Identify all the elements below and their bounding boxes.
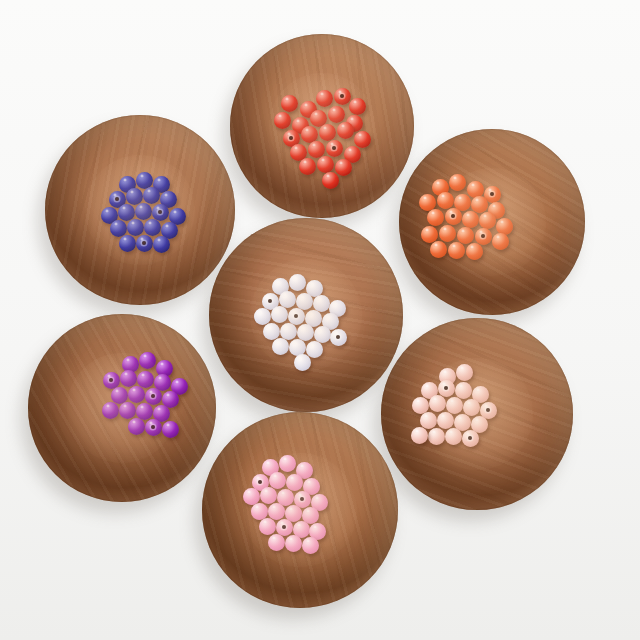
bead-specular-highlight: [350, 117, 354, 121]
bead-specular-highlight: [460, 366, 464, 370]
bead-specular-highlight: [484, 404, 488, 408]
bead-orange: [466, 243, 483, 260]
bead-pale-peach-pink: [421, 382, 438, 399]
bead-specular-highlight: [471, 183, 475, 187]
bead-specular-highlight: [318, 328, 322, 332]
bead-orange: [419, 194, 436, 211]
bead-cobalt-blue: [144, 219, 161, 236]
bead-red: [346, 115, 363, 132]
bead-specular-highlight: [425, 228, 429, 232]
bead-pink: [276, 519, 293, 536]
bead-specular-highlight: [442, 382, 446, 386]
bead-opal-white: [305, 310, 322, 327]
bead-orange: [445, 208, 462, 225]
bead-specular-highlight: [140, 237, 144, 241]
bead-specular-highlight: [496, 235, 500, 239]
bead-specular-highlight: [263, 520, 267, 524]
bead-specular-highlight: [492, 204, 496, 208]
bead-specular-highlight: [273, 474, 277, 478]
bead-hole: [282, 525, 286, 529]
bead-specular-highlight: [467, 401, 471, 405]
bead-opal-white: [306, 280, 323, 297]
bead-hole: [258, 480, 262, 484]
bead-pale-peach-pink: [463, 399, 480, 416]
bead-specular-highlight: [298, 493, 302, 497]
bead-specular-highlight: [461, 229, 465, 233]
bead-pale-peach-pink: [439, 368, 456, 385]
bead-specular-highlight: [305, 128, 309, 132]
bead-specular-highlight: [123, 237, 127, 241]
bead-opal-white: [297, 324, 314, 341]
bead-hole: [109, 378, 113, 382]
bead-specular-highlight: [306, 539, 310, 543]
bead-specular-highlight: [307, 480, 311, 484]
bead-purple: [154, 374, 171, 391]
bead-hole: [289, 136, 293, 140]
bead-hole: [340, 94, 344, 98]
bead-specular-highlight: [276, 340, 280, 344]
bead-specular-highlight: [275, 308, 279, 312]
bead-orange: [430, 241, 447, 258]
bead-purple: [162, 421, 179, 438]
bead-specular-highlight: [175, 380, 179, 384]
bead-pale-peach-pink: [480, 402, 497, 419]
bead-specular-highlight: [314, 112, 318, 116]
bead-specular-highlight: [304, 103, 308, 107]
bead-specular-highlight: [283, 457, 287, 461]
bead-specular-highlight: [258, 310, 262, 314]
bead-specular-highlight: [310, 282, 314, 286]
bead-specular-highlight: [147, 189, 151, 193]
bead-specular-highlight: [123, 404, 127, 408]
bead-specular-highlight: [334, 331, 338, 335]
bead-specular-highlight: [434, 243, 438, 247]
bead-specular-highlight: [338, 90, 342, 94]
bead-hole: [332, 146, 336, 150]
bead-red: [337, 122, 354, 139]
bead-specular-highlight: [165, 224, 169, 228]
bead-specular-highlight: [272, 536, 276, 540]
bead-specular-highlight: [272, 505, 276, 509]
bead-specular-highlight: [149, 421, 153, 425]
bead-pale-peach-pink: [455, 382, 472, 399]
bead-red: [354, 131, 371, 148]
bead-specular-highlight: [296, 119, 300, 123]
bead-pink: [251, 503, 268, 520]
bead-specular-highlight: [123, 178, 127, 182]
bead-specular-highlight: [173, 210, 177, 214]
bead-pale-peach-pink: [411, 427, 428, 444]
bead-specular-highlight: [293, 276, 297, 280]
bead-specular-highlight: [466, 213, 470, 217]
bead-specular-highlight: [476, 388, 480, 392]
bead-specular-highlight: [436, 181, 440, 185]
bead-opal-white: [330, 329, 347, 346]
bead-opal-white: [322, 313, 339, 330]
bead-specular-highlight: [166, 393, 170, 397]
bowl-upper-right-orange: [399, 129, 585, 315]
bead-hole: [451, 214, 455, 218]
bead-red: [335, 159, 352, 176]
bead-specular-highlight: [326, 174, 330, 178]
bead-opal-white: [296, 293, 313, 310]
bead-cobalt-blue: [136, 172, 153, 189]
bead-purple: [119, 402, 136, 419]
bead-orange: [457, 227, 474, 244]
bead-specular-highlight: [255, 505, 259, 509]
bead-specular-highlight: [441, 414, 445, 418]
bead-opal-white: [272, 338, 289, 355]
bead-hole: [151, 394, 155, 398]
bead-purple: [162, 391, 179, 408]
bead-pale-peach-pink: [438, 380, 455, 397]
bead-pink: [259, 518, 276, 535]
bead-specular-highlight: [466, 432, 470, 436]
bead-orange: [449, 174, 466, 191]
bead-specular-highlight: [432, 430, 436, 434]
bead-red: [308, 141, 325, 158]
bead-orange: [484, 186, 501, 203]
bead-purple: [137, 371, 154, 388]
bead-specular-highlight: [470, 245, 474, 249]
bead-specular-highlight: [107, 374, 111, 378]
bead-specular-highlight: [132, 420, 136, 424]
bead-cobalt-blue: [135, 203, 152, 220]
bead-specular-highlight: [303, 160, 307, 164]
bead-pink: [277, 489, 294, 506]
bead-specular-highlight: [130, 190, 134, 194]
bead-opal-white: [288, 308, 305, 325]
bead-opal-white: [262, 293, 279, 310]
bead-specular-highlight: [106, 404, 110, 408]
bowl-bottom-pink: [202, 412, 398, 608]
bead-specular-highlight: [122, 206, 126, 210]
bead-purple: [128, 418, 145, 435]
bead-specular-highlight: [113, 193, 117, 197]
bead-orange: [471, 196, 488, 213]
bead-red: [322, 172, 339, 189]
bead-hole: [158, 210, 162, 214]
bead-orange: [439, 225, 456, 242]
bead-red: [326, 140, 343, 157]
bead-purple: [136, 403, 153, 420]
bead-red: [283, 130, 300, 147]
bead-specular-highlight: [358, 133, 362, 137]
bead-specular-highlight: [452, 244, 456, 248]
bead-cobalt-blue: [127, 219, 144, 236]
bead-pink: [262, 459, 279, 476]
bead-specular-highlight: [341, 124, 345, 128]
bead-specular-highlight: [323, 126, 327, 130]
bead-specular-highlight: [415, 429, 419, 433]
bead-red: [301, 126, 318, 143]
bead-specular-highlight: [423, 196, 427, 200]
bead-pink: [279, 455, 296, 472]
bead-specular-highlight: [310, 343, 314, 347]
bead-specular-highlight: [280, 521, 284, 525]
bead-specular-highlight: [353, 100, 357, 104]
bead-red: [274, 112, 291, 129]
bead-specular-highlight: [449, 210, 453, 214]
bead-pink: [302, 537, 319, 554]
bead-red: [290, 144, 307, 161]
bead-specular-highlight: [266, 295, 270, 299]
bead-orange: [492, 233, 509, 250]
bead-specular-highlight: [416, 399, 420, 403]
bead-purple: [153, 405, 170, 422]
bead-red: [317, 156, 334, 173]
bead-purple: [139, 352, 156, 369]
bead-specular-highlight: [475, 418, 479, 422]
bead-specular-highlight: [140, 405, 144, 409]
bead-specular-highlight: [458, 416, 462, 420]
bead-specular-highlight: [300, 464, 304, 468]
bead-purple: [111, 387, 128, 404]
bead-specular-highlight: [306, 509, 310, 513]
bead-specular-highlight: [294, 146, 298, 150]
bead-specular-highlight: [292, 310, 296, 314]
bead-specular-highlight: [160, 362, 164, 366]
bead-red: [349, 98, 366, 115]
bead-pink: [243, 488, 260, 505]
bead-pink: [268, 534, 285, 551]
bead-specular-highlight: [449, 430, 453, 434]
bead-hole: [151, 425, 155, 429]
bead-specular-highlight: [285, 97, 289, 101]
bead-specular-highlight: [124, 372, 128, 376]
bead-hole: [300, 497, 304, 501]
bead-opal-white: [294, 354, 311, 371]
bead-red: [292, 117, 309, 134]
bead-hole: [468, 436, 472, 440]
bead-hole: [268, 299, 272, 303]
bead-pink: [268, 503, 285, 520]
bead-opal-white: [314, 326, 331, 343]
bead-specular-highlight: [284, 325, 288, 329]
bead-pink: [286, 474, 303, 491]
bead-specular-highlight: [141, 373, 145, 377]
bead-purple: [128, 386, 145, 403]
bead-red: [316, 90, 333, 107]
bead-hole: [444, 386, 448, 390]
bead-cobalt-blue: [136, 235, 153, 252]
bead-cobalt-blue: [153, 236, 170, 253]
bead-cobalt-blue: [109, 191, 126, 208]
bead-opal-white: [289, 339, 306, 356]
bead-orange: [448, 242, 465, 259]
bowl-upper-left-blue: [45, 115, 235, 305]
bead-red: [328, 106, 345, 123]
bead-specular-highlight: [164, 193, 168, 197]
bead-specular-highlight: [264, 489, 268, 493]
bead-cobalt-blue: [118, 204, 135, 221]
bead-pale-peach-pink: [472, 386, 489, 403]
bead-cobalt-blue: [169, 208, 186, 225]
bowl-center-white: [209, 218, 403, 412]
bead-orange: [488, 202, 505, 219]
bead-purple: [145, 419, 162, 436]
bead-pink: [311, 494, 328, 511]
bead-specular-highlight: [459, 384, 463, 388]
bead-orange: [479, 212, 496, 229]
bead-specular-highlight: [157, 238, 161, 242]
bead-opal-white: [254, 308, 271, 325]
bead-pink: [296, 462, 313, 479]
bead-cobalt-blue: [153, 176, 170, 193]
bead-pale-peach-pink: [428, 428, 445, 445]
bead-orange: [437, 192, 454, 209]
bowl-top-red: [230, 34, 414, 218]
bead-opal-white: [313, 295, 330, 312]
bead-hole: [490, 192, 494, 196]
bead-pale-peach-pink: [456, 364, 473, 381]
bead-pink: [293, 521, 310, 538]
bead-pale-peach-pink: [446, 397, 463, 414]
bead-pale-peach-pink: [445, 428, 462, 445]
bead-specular-highlight: [339, 161, 343, 165]
bead-specular-highlight: [266, 461, 270, 465]
bead-pale-peach-pink: [471, 416, 488, 433]
bead-pink: [285, 535, 302, 552]
bead-specular-highlight: [281, 491, 285, 495]
bead-specular-highlight: [139, 205, 143, 209]
bead-specular-highlight: [287, 132, 291, 136]
bead-specular-highlight: [166, 423, 170, 427]
bead-pale-peach-pink: [437, 412, 454, 429]
bead-specular-highlight: [309, 312, 313, 316]
bead-specular-highlight: [330, 142, 334, 146]
bead-orange: [475, 228, 492, 245]
bead-pink: [309, 523, 326, 540]
bead-specular-highlight: [315, 496, 319, 500]
bead-specular-highlight: [114, 222, 118, 226]
bead-opal-white: [272, 278, 289, 295]
bead-specular-highlight: [290, 476, 294, 480]
bead-specular-highlight: [157, 178, 161, 182]
bead-specular-highlight: [320, 92, 324, 96]
bead-specular-highlight: [433, 397, 437, 401]
bead-cobalt-blue: [152, 204, 169, 221]
bead-specular-highlight: [475, 198, 479, 202]
bead-opal-white: [279, 291, 296, 308]
bead-specular-highlight: [348, 148, 352, 152]
bead-orange: [427, 209, 444, 226]
bead-specular-highlight: [157, 407, 161, 411]
bead-specular-highlight: [500, 220, 504, 224]
bead-specular-highlight: [298, 356, 302, 360]
bead-hole: [486, 408, 490, 412]
bead-hole: [294, 314, 298, 318]
bead-specular-highlight: [126, 358, 130, 362]
bead-pink: [260, 487, 277, 504]
bead-specular-highlight: [149, 390, 153, 394]
bead-specular-highlight: [332, 108, 336, 112]
bead-specular-highlight: [333, 302, 337, 306]
bead-specular-highlight: [443, 227, 447, 231]
bead-specular-highlight: [326, 315, 330, 319]
bead-specular-highlight: [276, 280, 280, 284]
bead-specular-highlight: [156, 206, 160, 210]
bead-pink: [303, 478, 320, 495]
bead-specular-highlight: [283, 293, 287, 297]
bead-specular-highlight: [443, 370, 447, 374]
bead-specular-highlight: [321, 158, 325, 162]
bead-specular-highlight: [278, 114, 282, 118]
bead-cobalt-blue: [143, 187, 160, 204]
bowl-lower-left-purple: [28, 314, 216, 502]
bead-specular-highlight: [479, 230, 483, 234]
bead-specular-highlight: [289, 537, 293, 541]
bead-specular-highlight: [256, 476, 260, 480]
bead-hole: [115, 197, 119, 201]
bead-specular-highlight: [483, 214, 487, 218]
bead-specular-highlight: [458, 196, 462, 200]
bead-purple: [156, 360, 173, 377]
bead-red: [319, 124, 336, 141]
bead-orange: [454, 194, 471, 211]
bead-specular-highlight: [297, 523, 301, 527]
bead-opal-white: [306, 341, 323, 358]
bead-purple: [145, 388, 162, 405]
bowl-lower-right-peach: [381, 318, 573, 510]
bead-purple: [171, 378, 188, 395]
bead-specular-highlight: [267, 325, 271, 329]
bead-cobalt-blue: [110, 220, 127, 237]
bead-specular-highlight: [105, 209, 109, 213]
bead-specular-highlight: [300, 295, 304, 299]
bead-specular-highlight: [132, 388, 136, 392]
bead-cobalt-blue: [119, 176, 136, 193]
bead-pale-peach-pink: [412, 397, 429, 414]
bead-specular-highlight: [424, 414, 428, 418]
bead-cobalt-blue: [101, 207, 118, 224]
bead-pink: [294, 491, 311, 508]
bead-opal-white: [280, 323, 297, 340]
bead-orange: [496, 218, 513, 235]
bead-hole: [142, 241, 146, 245]
bead-specular-highlight: [313, 525, 317, 529]
bead-specular-highlight: [425, 384, 429, 388]
bead-specular-highlight: [148, 221, 152, 225]
bead-specular-highlight: [247, 490, 251, 494]
bead-opal-white: [289, 274, 306, 291]
bead-specular-highlight: [143, 354, 147, 358]
bead-opal-white: [329, 300, 346, 317]
bead-specular-highlight: [301, 326, 305, 330]
bead-purple: [120, 370, 137, 387]
bead-specular-highlight: [115, 389, 119, 393]
bead-red: [334, 88, 351, 105]
bead-specular-highlight: [140, 174, 144, 178]
bead-orange: [462, 211, 479, 228]
bead-red: [344, 146, 361, 163]
bead-cobalt-blue: [161, 222, 178, 239]
bead-specular-highlight: [312, 143, 316, 147]
bead-pink: [285, 505, 302, 522]
bead-purple: [103, 372, 120, 389]
bead-orange: [467, 181, 484, 198]
bead-cobalt-blue: [126, 188, 143, 205]
bead-hole: [481, 234, 485, 238]
bead-pink: [252, 474, 269, 491]
bead-cobalt-blue: [119, 235, 136, 252]
bead-pink: [302, 507, 319, 524]
bead-orange: [421, 226, 438, 243]
bead-pale-peach-pink: [429, 395, 446, 412]
bead-specular-highlight: [293, 341, 297, 345]
bead-bowls-photo: [0, 0, 640, 640]
bead-specular-highlight: [450, 399, 454, 403]
